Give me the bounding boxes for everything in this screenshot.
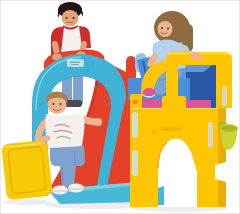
railing-post-slot xyxy=(222,86,227,106)
tower-slot xyxy=(208,122,213,148)
girl-eye xyxy=(167,28,169,30)
brand-flower-icon: ✿ xyxy=(151,128,157,136)
arch-logo-text-illegible xyxy=(70,62,80,64)
girl-pink-shoe xyxy=(143,88,156,98)
girl-eye xyxy=(161,27,163,29)
tower-slot xyxy=(132,150,138,176)
arch-star-emboss: ★ xyxy=(93,83,99,91)
arch-logo-text-illegible xyxy=(71,64,79,65)
yellow-door-panel xyxy=(1,140,53,201)
tower-side-notch xyxy=(215,162,226,182)
arch-star-emboss: ★ xyxy=(103,98,108,104)
boy-eye xyxy=(73,17,75,19)
toddler-eye xyxy=(53,103,55,105)
arch-star-emboss: ★ xyxy=(106,120,111,127)
doorway-teal-glimpse xyxy=(158,186,164,205)
toddler-hand-right xyxy=(94,118,102,126)
arch-star-emboss: ★ xyxy=(38,101,43,107)
scoop-opening xyxy=(221,125,237,131)
door-face xyxy=(1,140,53,201)
platform-navy xyxy=(186,72,214,100)
boy-eye xyxy=(66,17,68,19)
toddler-shirt xyxy=(45,113,84,151)
toddler-shoe xyxy=(52,186,68,195)
girl-face xyxy=(158,21,173,37)
ground-shadow xyxy=(3,199,51,205)
toddler-shoe xyxy=(68,184,84,193)
tower-orange-button xyxy=(133,100,138,105)
product-photo: ★ ★ ★ ★ ★ xyxy=(0,0,240,214)
toddler-eye xyxy=(60,103,62,105)
boy-arm-left xyxy=(55,44,57,54)
brand-wordmark-illegible xyxy=(160,127,182,131)
playground-scene: ★ ★ ★ ★ ★ xyxy=(0,0,240,214)
arch-star-emboss: ★ xyxy=(86,67,91,73)
tower-slot xyxy=(132,112,138,138)
